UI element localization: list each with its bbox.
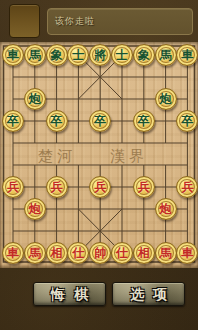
piece-red-炮[interactable]: 炮 xyxy=(155,198,177,220)
piece-glyph: 炮 xyxy=(29,93,41,105)
piece-glyph: 士 xyxy=(116,49,128,61)
status-bar: 该你走啦 xyxy=(0,0,198,42)
piece-glyph: 仕 xyxy=(116,247,128,259)
piece-glyph: 炮 xyxy=(29,203,41,215)
piece-glyph: 兵 xyxy=(138,181,150,193)
piece-glyph: 卒 xyxy=(7,115,19,127)
piece-glyph: 車 xyxy=(7,49,19,61)
piece-glyph: 士 xyxy=(72,49,84,61)
piece-glyph: 相 xyxy=(138,247,150,259)
piece-glyph: 卒 xyxy=(138,115,150,127)
status-bubble: 该你走啦 xyxy=(47,8,193,35)
piece-glyph: 車 xyxy=(181,247,193,259)
piece-red-炮[interactable]: 炮 xyxy=(24,198,46,220)
piece-black-象[interactable]: 象 xyxy=(46,44,68,66)
piece-red-相[interactable]: 相 xyxy=(133,242,155,264)
piece-glyph: 仕 xyxy=(72,247,84,259)
opponent-avatar xyxy=(9,4,40,38)
piece-glyph: 象 xyxy=(138,49,150,61)
piece-red-兵[interactable]: 兵 xyxy=(46,176,68,198)
piece-red-車[interactable]: 車 xyxy=(176,242,198,264)
piece-black-卒[interactable]: 卒 xyxy=(133,110,155,132)
options-button[interactable]: 选项 xyxy=(112,282,185,306)
piece-glyph: 將 xyxy=(94,49,106,61)
piece-glyph: 卒 xyxy=(51,115,63,127)
piece-glyph: 車 xyxy=(181,49,193,61)
piece-black-馬[interactable]: 馬 xyxy=(24,44,46,66)
piece-glyph: 炮 xyxy=(160,93,172,105)
piece-black-車[interactable]: 車 xyxy=(2,44,24,66)
piece-black-車[interactable]: 車 xyxy=(176,44,198,66)
piece-red-兵[interactable]: 兵 xyxy=(133,176,155,198)
xiangqi-app: 该你走啦 楚河 漢界 車馬象士將士象馬車炮炮卒卒卒卒卒兵兵兵兵兵炮炮車馬相仕帥仕… xyxy=(0,0,198,330)
piece-black-象[interactable]: 象 xyxy=(133,44,155,66)
piece-glyph: 帥 xyxy=(94,247,106,259)
piece-glyph: 相 xyxy=(51,247,63,259)
piece-black-炮[interactable]: 炮 xyxy=(24,88,46,110)
piece-red-兵[interactable]: 兵 xyxy=(2,176,24,198)
undo-button[interactable]: 悔棋 xyxy=(33,282,106,306)
piece-glyph: 炮 xyxy=(160,203,172,215)
xiangqi-board[interactable]: 楚河 漢界 車馬象士將士象馬車炮炮卒卒卒卒卒兵兵兵兵兵炮炮車馬相仕帥仕相馬車 xyxy=(0,42,198,268)
piece-black-卒[interactable]: 卒 xyxy=(176,110,198,132)
piece-red-馬[interactable]: 馬 xyxy=(24,242,46,264)
piece-black-炮[interactable]: 炮 xyxy=(155,88,177,110)
piece-black-馬[interactable]: 馬 xyxy=(155,44,177,66)
piece-glyph: 馬 xyxy=(160,247,172,259)
piece-red-馬[interactable]: 馬 xyxy=(155,242,177,264)
piece-glyph: 象 xyxy=(51,49,63,61)
piece-glyph: 馬 xyxy=(29,247,41,259)
piece-glyph: 兵 xyxy=(94,181,106,193)
piece-black-士[interactable]: 士 xyxy=(111,44,133,66)
piece-red-仕[interactable]: 仕 xyxy=(111,242,133,264)
piece-glyph: 馬 xyxy=(160,49,172,61)
piece-glyph: 兵 xyxy=(181,181,193,193)
piece-glyph: 卒 xyxy=(94,115,106,127)
piece-black-卒[interactable]: 卒 xyxy=(2,110,24,132)
river-label-left: 楚河 xyxy=(38,147,76,165)
piece-black-卒[interactable]: 卒 xyxy=(46,110,68,132)
piece-red-兵[interactable]: 兵 xyxy=(176,176,198,198)
piece-red-相[interactable]: 相 xyxy=(46,242,68,264)
piece-glyph: 車 xyxy=(7,247,19,259)
board-grid: 楚河 漢界 xyxy=(0,42,198,268)
piece-red-車[interactable]: 車 xyxy=(2,242,24,264)
piece-glyph: 兵 xyxy=(51,181,63,193)
piece-glyph: 兵 xyxy=(7,181,19,193)
river-label-right: 漢界 xyxy=(110,147,148,165)
status-message: 该你走啦 xyxy=(48,15,95,28)
piece-glyph: 馬 xyxy=(29,49,41,61)
piece-glyph: 卒 xyxy=(181,115,193,127)
